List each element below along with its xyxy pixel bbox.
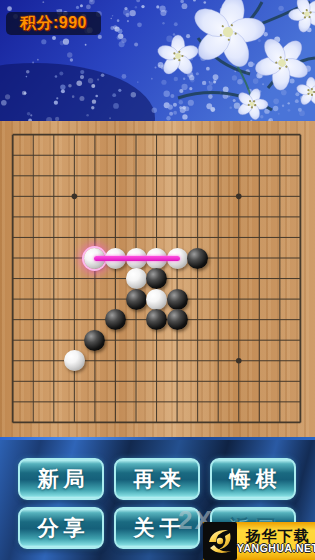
board-intersection[interactable] bbox=[146, 207, 167, 228]
board-intersection[interactable] bbox=[146, 412, 167, 433]
board-intersection[interactable] bbox=[146, 145, 167, 166]
board-intersection[interactable] bbox=[249, 268, 270, 289]
board-intersection[interactable] bbox=[208, 227, 229, 248]
board-intersection[interactable] bbox=[167, 289, 188, 310]
board-intersection[interactable] bbox=[167, 124, 188, 145]
board-intersection[interactable] bbox=[290, 227, 311, 248]
board-intersection[interactable] bbox=[43, 412, 64, 433]
board-intersection[interactable] bbox=[228, 412, 249, 433]
board-intersection[interactable] bbox=[85, 392, 106, 413]
board-intersection[interactable] bbox=[249, 186, 270, 207]
board-intersection[interactable] bbox=[187, 207, 208, 228]
board-intersection[interactable] bbox=[2, 330, 23, 351]
board-intersection[interactable] bbox=[228, 124, 249, 145]
board-intersection[interactable] bbox=[105, 207, 126, 228]
board-intersection[interactable] bbox=[290, 145, 311, 166]
board-intersection[interactable] bbox=[105, 165, 126, 186]
board-intersection[interactable] bbox=[126, 268, 147, 289]
board-intersection[interactable] bbox=[23, 412, 44, 433]
board-intersection[interactable] bbox=[146, 124, 167, 145]
board-intersection[interactable] bbox=[167, 145, 188, 166]
panel-top-divider bbox=[0, 437, 315, 440]
board-intersection[interactable] bbox=[85, 207, 106, 228]
board-intersection[interactable] bbox=[23, 392, 44, 413]
board-intersection[interactable] bbox=[105, 145, 126, 166]
board-intersection[interactable] bbox=[167, 207, 188, 228]
play-again-button[interactable]: 再来 bbox=[114, 458, 200, 500]
board-intersection[interactable] bbox=[208, 145, 229, 166]
board-intersection[interactable] bbox=[167, 186, 188, 207]
board-intersection[interactable] bbox=[146, 289, 167, 310]
board-intersection[interactable] bbox=[23, 145, 44, 166]
score-box: 积分:990 bbox=[6, 12, 101, 35]
board-intersection[interactable] bbox=[126, 207, 147, 228]
board-intersection[interactable] bbox=[187, 392, 208, 413]
board-intersection[interactable] bbox=[64, 412, 85, 433]
board-intersection[interactable] bbox=[146, 371, 167, 392]
board-intersection[interactable] bbox=[208, 186, 229, 207]
board-intersection[interactable] bbox=[64, 371, 85, 392]
board-intersection[interactable] bbox=[126, 165, 147, 186]
board-intersection[interactable] bbox=[228, 371, 249, 392]
board-intersection[interactable] bbox=[167, 392, 188, 413]
board-intersection[interactable] bbox=[64, 186, 85, 207]
board-intersection[interactable] bbox=[270, 371, 291, 392]
board-intersection[interactable] bbox=[126, 186, 147, 207]
board-intersection[interactable] bbox=[85, 330, 106, 351]
yanghua-swirl-logo-icon bbox=[203, 522, 237, 560]
board-intersection[interactable] bbox=[105, 412, 126, 433]
board-intersection[interactable] bbox=[167, 330, 188, 351]
watermark-domain: YANGHUA.NET bbox=[237, 543, 315, 554]
board-intersection[interactable] bbox=[228, 309, 249, 330]
board-intersection[interactable] bbox=[23, 268, 44, 289]
board-intersection[interactable] bbox=[249, 330, 270, 351]
board-intersection[interactable] bbox=[270, 145, 291, 166]
board-intersection[interactable] bbox=[126, 412, 147, 433]
board-intersection[interactable] bbox=[85, 268, 106, 289]
board-intersection[interactable] bbox=[2, 289, 23, 310]
board-intersection[interactable] bbox=[270, 124, 291, 145]
watermark-title: 扬华下载 bbox=[246, 528, 310, 544]
board-intersection[interactable] bbox=[167, 309, 188, 330]
board-intersection[interactable] bbox=[187, 350, 208, 371]
board-intersection[interactable] bbox=[290, 330, 311, 351]
board-intersection[interactable] bbox=[187, 186, 208, 207]
board-intersection[interactable] bbox=[43, 145, 64, 166]
board-intersection[interactable] bbox=[146, 309, 167, 330]
board-intersection[interactable] bbox=[23, 371, 44, 392]
winning-line bbox=[94, 256, 180, 261]
board-intersection[interactable] bbox=[105, 268, 126, 289]
board-intersection[interactable] bbox=[270, 268, 291, 289]
board-intersection[interactable] bbox=[105, 289, 126, 310]
board-intersection[interactable] bbox=[126, 145, 147, 166]
board-intersection[interactable] bbox=[64, 207, 85, 228]
share-button[interactable]: 分享 bbox=[18, 507, 104, 549]
board-intersection[interactable] bbox=[228, 145, 249, 166]
board-intersection[interactable] bbox=[290, 165, 311, 186]
board-intersection[interactable] bbox=[85, 227, 106, 248]
board-intersection[interactable] bbox=[290, 207, 311, 228]
board-intersection[interactable] bbox=[23, 350, 44, 371]
board-intersection[interactable] bbox=[187, 330, 208, 351]
board-intersection[interactable] bbox=[85, 350, 106, 371]
board-intersection[interactable] bbox=[249, 124, 270, 145]
board-intersection[interactable] bbox=[85, 145, 106, 166]
board-intersection[interactable] bbox=[187, 268, 208, 289]
board-intersection[interactable] bbox=[126, 309, 147, 330]
board-intersection[interactable] bbox=[126, 330, 147, 351]
board-intersection[interactable] bbox=[290, 186, 311, 207]
board-intersection[interactable] bbox=[249, 412, 270, 433]
yanghua-watermark: 扬华下载 YANGHUA.NET bbox=[203, 522, 315, 560]
board-intersection[interactable] bbox=[146, 330, 167, 351]
board-intersection[interactable] bbox=[64, 145, 85, 166]
gomoku-app-screen: 积分:990 新局 再来 悔棋 分享 关于 返回 2X bbox=[0, 0, 315, 560]
board-intersection[interactable] bbox=[208, 124, 229, 145]
board-intersection[interactable] bbox=[23, 330, 44, 351]
board-intersection[interactable] bbox=[64, 309, 85, 330]
board-intersection[interactable] bbox=[167, 268, 188, 289]
board-intersection[interactable] bbox=[85, 289, 106, 310]
board-intersection[interactable] bbox=[126, 392, 147, 413]
board-intersection[interactable] bbox=[2, 227, 23, 248]
board-intersection[interactable] bbox=[290, 124, 311, 145]
board-intersection[interactable] bbox=[126, 371, 147, 392]
board-intersection[interactable] bbox=[249, 289, 270, 310]
board-intersection[interactable] bbox=[146, 227, 167, 248]
board-intersection[interactable] bbox=[2, 412, 23, 433]
board-intersection[interactable] bbox=[249, 392, 270, 413]
board-intersection[interactable] bbox=[2, 268, 23, 289]
board-intersection[interactable] bbox=[146, 186, 167, 207]
board-intersection[interactable] bbox=[146, 268, 167, 289]
board-intersection[interactable] bbox=[187, 309, 208, 330]
board-intersection[interactable] bbox=[187, 145, 208, 166]
board-intersection[interactable] bbox=[208, 268, 229, 289]
board-intersection[interactable] bbox=[228, 227, 249, 248]
board-intersection[interactable] bbox=[64, 330, 85, 351]
board-intersection[interactable] bbox=[146, 392, 167, 413]
board-intersection[interactable] bbox=[228, 268, 249, 289]
board-intersection[interactable] bbox=[290, 289, 311, 310]
board-intersection[interactable] bbox=[64, 248, 85, 269]
board-intersection[interactable] bbox=[270, 186, 291, 207]
board-intersection[interactable] bbox=[23, 165, 44, 186]
board-intersection[interactable] bbox=[2, 309, 23, 330]
board-intersection[interactable] bbox=[64, 350, 85, 371]
board-intersection[interactable] bbox=[208, 371, 229, 392]
board-intersection[interactable] bbox=[43, 350, 64, 371]
board-intersection[interactable] bbox=[64, 227, 85, 248]
board-intersection[interactable] bbox=[270, 227, 291, 248]
board-intersection[interactable] bbox=[85, 165, 106, 186]
board-intersection[interactable] bbox=[228, 350, 249, 371]
board-intersection[interactable] bbox=[208, 248, 229, 269]
board-intersection[interactable] bbox=[290, 309, 311, 330]
board-intersection[interactable] bbox=[43, 268, 64, 289]
board-intersection[interactable] bbox=[105, 227, 126, 248]
board-intersection[interactable] bbox=[249, 248, 270, 269]
watermark-text: 扬华下载 YANGHUA.NET bbox=[237, 528, 315, 555]
board-intersection[interactable] bbox=[85, 371, 106, 392]
board-intersection[interactable] bbox=[85, 124, 106, 145]
board-intersection[interactable] bbox=[43, 248, 64, 269]
board-intersection[interactable] bbox=[208, 165, 229, 186]
board-intersection[interactable] bbox=[228, 248, 249, 269]
board-intersection[interactable] bbox=[126, 350, 147, 371]
board-intersection[interactable] bbox=[228, 186, 249, 207]
board-intersection[interactable] bbox=[43, 186, 64, 207]
board-intersection[interactable] bbox=[126, 124, 147, 145]
board-intersection[interactable] bbox=[43, 371, 64, 392]
board-intersection[interactable] bbox=[187, 412, 208, 433]
board-intersection[interactable] bbox=[23, 186, 44, 207]
board-intersection[interactable] bbox=[23, 289, 44, 310]
board-intersection[interactable] bbox=[187, 289, 208, 310]
board-intersection[interactable] bbox=[2, 124, 23, 145]
board-intersection[interactable] bbox=[43, 392, 64, 413]
new-game-button[interactable]: 新局 bbox=[18, 458, 104, 500]
board-intersection[interactable] bbox=[249, 165, 270, 186]
button-panel: 新局 再来 悔棋 分享 关于 返回 2X bbox=[0, 437, 315, 560]
board-intersection[interactable] bbox=[208, 309, 229, 330]
board-intersection[interactable] bbox=[85, 412, 106, 433]
board-intersections[interactable] bbox=[2, 124, 310, 432]
board-intersection[interactable] bbox=[43, 165, 64, 186]
board-intersection[interactable] bbox=[290, 412, 311, 433]
board-intersection[interactable] bbox=[64, 165, 85, 186]
board-intersection[interactable] bbox=[249, 227, 270, 248]
board-intersection[interactable] bbox=[2, 207, 23, 228]
board-intersection[interactable] bbox=[23, 227, 44, 248]
board-intersection[interactable] bbox=[23, 309, 44, 330]
board-intersection[interactable] bbox=[2, 145, 23, 166]
board-intersection[interactable] bbox=[270, 207, 291, 228]
board-intersection[interactable] bbox=[270, 165, 291, 186]
board-intersection[interactable] bbox=[208, 207, 229, 228]
board-intersection[interactable] bbox=[43, 124, 64, 145]
board-intersection[interactable] bbox=[249, 371, 270, 392]
board-intersection[interactable] bbox=[208, 289, 229, 310]
score-label: 积分:990 bbox=[20, 13, 87, 34]
board-intersection[interactable] bbox=[208, 330, 229, 351]
board-intersection[interactable] bbox=[228, 289, 249, 310]
board-intersection[interactable] bbox=[105, 124, 126, 145]
board-intersection[interactable] bbox=[187, 371, 208, 392]
board-intersection[interactable] bbox=[23, 124, 44, 145]
board-intersection[interactable] bbox=[187, 124, 208, 145]
top-banner: 积分:990 bbox=[0, 0, 315, 121]
board-intersection[interactable] bbox=[43, 289, 64, 310]
board-intersection[interactable] bbox=[105, 186, 126, 207]
board-intersection[interactable] bbox=[105, 350, 126, 371]
board-intersection[interactable] bbox=[228, 330, 249, 351]
board-intersection[interactable] bbox=[270, 289, 291, 310]
board-intersection[interactable] bbox=[64, 392, 85, 413]
board-intersection[interactable] bbox=[290, 268, 311, 289]
board-intersection[interactable] bbox=[167, 350, 188, 371]
undo-move-button[interactable]: 悔棋 bbox=[210, 458, 296, 500]
board-intersection[interactable] bbox=[167, 165, 188, 186]
board-intersection[interactable] bbox=[249, 350, 270, 371]
board-intersection[interactable] bbox=[228, 165, 249, 186]
board-intersection[interactable] bbox=[23, 207, 44, 228]
board-intersection[interactable] bbox=[146, 165, 167, 186]
board-intersection[interactable] bbox=[228, 392, 249, 413]
board-intersection[interactable] bbox=[249, 207, 270, 228]
board-intersection[interactable] bbox=[208, 350, 229, 371]
board-intersection[interactable] bbox=[2, 165, 23, 186]
board-intersection[interactable] bbox=[270, 330, 291, 351]
gomoku-board[interactable] bbox=[0, 121, 315, 437]
board-intersection[interactable] bbox=[2, 350, 23, 371]
board-intersection[interactable] bbox=[249, 145, 270, 166]
board-intersection[interactable] bbox=[85, 186, 106, 207]
board-intersection[interactable] bbox=[85, 309, 106, 330]
board-intersection[interactable] bbox=[43, 309, 64, 330]
board-intersection[interactable] bbox=[23, 248, 44, 269]
board-intersection[interactable] bbox=[2, 371, 23, 392]
board-intersection[interactable] bbox=[290, 392, 311, 413]
board-intersection[interactable] bbox=[167, 227, 188, 248]
board-intersection[interactable] bbox=[43, 330, 64, 351]
board-intersection[interactable] bbox=[167, 412, 188, 433]
board-intersection[interactable] bbox=[208, 392, 229, 413]
board-intersection[interactable] bbox=[105, 309, 126, 330]
board-intersection[interactable] bbox=[270, 350, 291, 371]
board-intersection[interactable] bbox=[2, 186, 23, 207]
board-intersection[interactable] bbox=[249, 309, 270, 330]
board-intersection[interactable] bbox=[290, 350, 311, 371]
board-intersection[interactable] bbox=[187, 227, 208, 248]
board-intersection[interactable] bbox=[2, 392, 23, 413]
board-intersection[interactable] bbox=[43, 207, 64, 228]
board-intersection[interactable] bbox=[167, 371, 188, 392]
board-intersection[interactable] bbox=[270, 412, 291, 433]
board-intersection[interactable] bbox=[146, 350, 167, 371]
board-intersection[interactable] bbox=[290, 371, 311, 392]
board-intersection[interactable] bbox=[270, 309, 291, 330]
board-intersection[interactable] bbox=[105, 330, 126, 351]
board-intersection[interactable] bbox=[126, 289, 147, 310]
board-intersection[interactable] bbox=[208, 412, 229, 433]
board-intersection[interactable] bbox=[105, 371, 126, 392]
board-intersection[interactable] bbox=[2, 248, 23, 269]
board-intersection[interactable] bbox=[187, 165, 208, 186]
board-intersection[interactable] bbox=[64, 124, 85, 145]
board-intersection[interactable] bbox=[270, 392, 291, 413]
board-intersection[interactable] bbox=[105, 392, 126, 413]
board-intersection[interactable] bbox=[64, 268, 85, 289]
board-intersection[interactable] bbox=[64, 289, 85, 310]
board-intersection[interactable] bbox=[290, 248, 311, 269]
board-intersection[interactable] bbox=[228, 207, 249, 228]
board-intersection[interactable] bbox=[187, 248, 208, 269]
board-intersection[interactable] bbox=[43, 227, 64, 248]
board-intersection[interactable] bbox=[270, 248, 291, 269]
board-intersection[interactable] bbox=[126, 227, 147, 248]
